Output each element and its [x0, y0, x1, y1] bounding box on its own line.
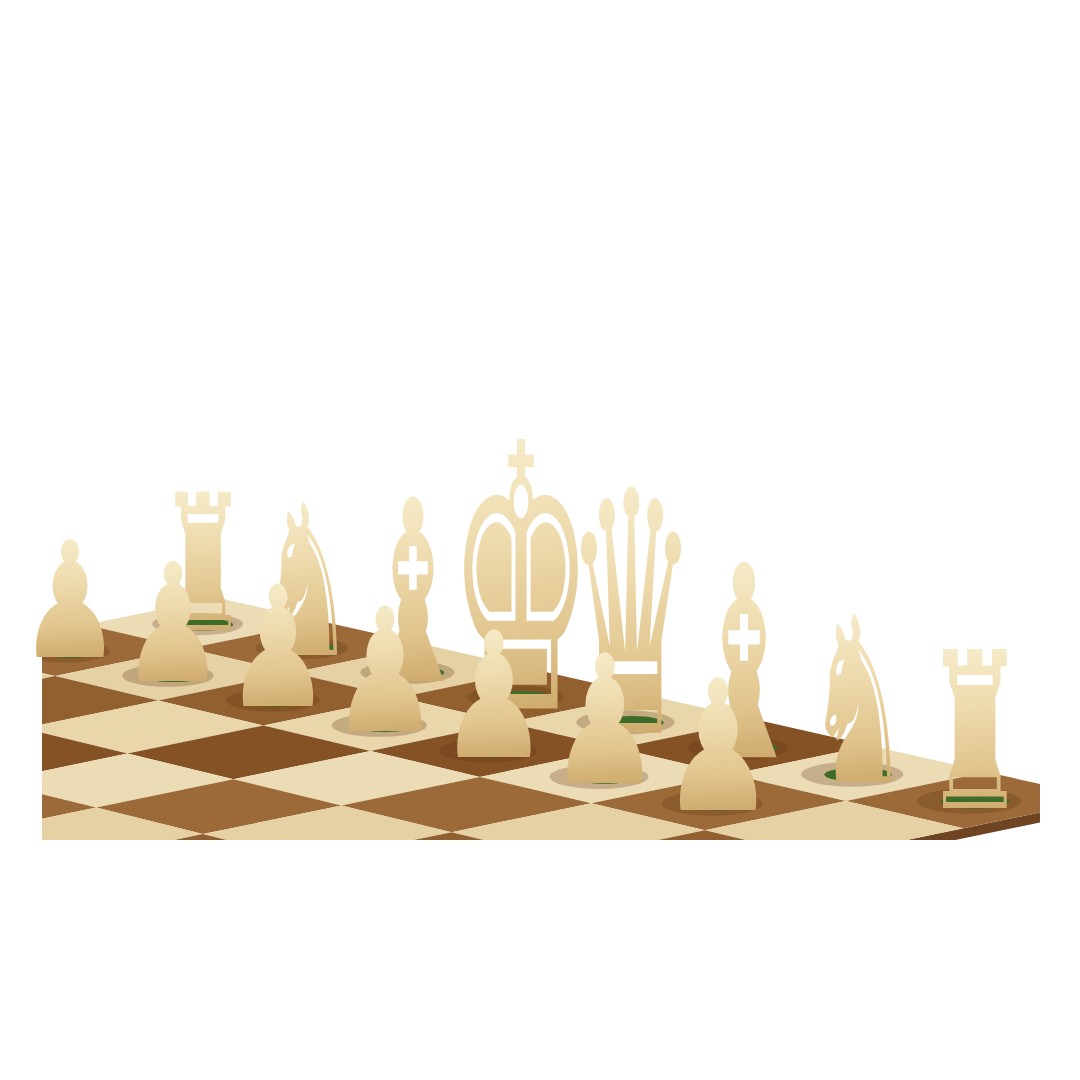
square-d6[interactable]: [0, 836, 64, 892]
square-a4[interactable]: [423, 860, 679, 917]
felt-base: [41, 646, 101, 658]
felt-base: [353, 719, 416, 732]
felt-base: [941, 795, 1010, 809]
felt-base: [572, 770, 638, 783]
felt-base: [247, 694, 309, 707]
felt-base: [382, 666, 445, 679]
felt-base: [599, 716, 664, 729]
square-g4[interactable]: [0, 704, 24, 757]
square-b4[interactable]: [312, 832, 564, 889]
square-b6[interactable]: [32, 890, 282, 947]
felt-base: [824, 768, 892, 782]
felt-base: [143, 670, 204, 682]
felt-base: [710, 742, 776, 756]
square-b5[interactable]: [172, 861, 423, 918]
chess-set-photo: ♜♞♝♚♛♝♞♜♟♟♟♟♟♟♟: [0, 0, 1080, 1080]
felt-base: [276, 642, 337, 654]
square-a6[interactable]: [140, 918, 393, 976]
square-c6[interactable]: [0, 863, 172, 919]
chessboard[interactable]: [0, 0, 1080, 1080]
square-a5[interactable]: [281, 889, 536, 947]
felt-base: [462, 745, 526, 758]
square-c5[interactable]: [64, 834, 311, 890]
felt-base: [489, 691, 553, 704]
felt-base: [173, 618, 233, 630]
felt-base: [685, 797, 752, 811]
